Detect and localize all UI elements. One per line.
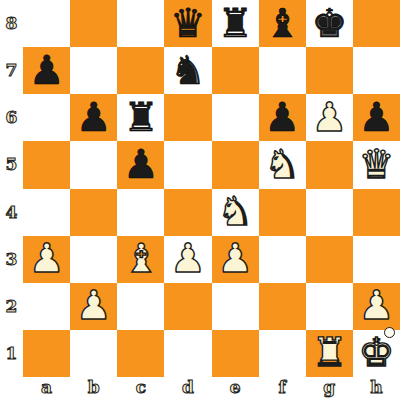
square-h3[interactable] — [353, 236, 400, 283]
square-c2[interactable] — [117, 283, 164, 330]
square-g3[interactable] — [306, 236, 353, 283]
square-g2[interactable] — [306, 283, 353, 330]
rank-label-6: 6 — [0, 94, 23, 141]
square-a1[interactable] — [23, 330, 70, 377]
square-c4[interactable] — [117, 189, 164, 236]
square-e6[interactable] — [212, 94, 259, 141]
square-h4[interactable] — [353, 189, 400, 236]
white-knight-e4[interactable]: ♞ — [217, 191, 253, 231]
white-knight-f5[interactable]: ♞ — [264, 144, 300, 184]
square-c1[interactable] — [117, 330, 164, 377]
square-d1[interactable] — [164, 330, 211, 377]
square-d2[interactable] — [164, 283, 211, 330]
square-f1[interactable] — [259, 330, 306, 377]
white-to-move-indicator — [384, 327, 395, 338]
square-e3[interactable]: ♟ — [212, 236, 259, 283]
square-e1[interactable] — [212, 330, 259, 377]
rank-label-4: 4 — [0, 189, 23, 236]
white-pawn-b2[interactable]: ♟ — [76, 285, 112, 325]
square-c8[interactable] — [117, 0, 164, 47]
square-f5[interactable]: ♞ — [259, 141, 306, 188]
file-label-e: e — [212, 377, 259, 400]
square-b4[interactable] — [70, 189, 117, 236]
square-h8[interactable] — [353, 0, 400, 47]
square-b6[interactable]: ♟ — [70, 94, 117, 141]
black-rook-e8[interactable]: ♜ — [217, 3, 253, 43]
square-a2[interactable] — [23, 283, 70, 330]
white-queen-h5[interactable]: ♛ — [359, 144, 395, 184]
square-b3[interactable] — [70, 236, 117, 283]
black-knight-d7[interactable]: ♞ — [170, 50, 206, 90]
square-g7[interactable] — [306, 47, 353, 94]
black-bishop-f8[interactable]: ♝ — [264, 3, 300, 43]
rank-label-7: 7 — [0, 47, 23, 94]
black-pawn-c5[interactable]: ♟ — [123, 144, 159, 184]
square-h2[interactable]: ♟ — [353, 283, 400, 330]
rank-label-2: 2 — [0, 283, 23, 330]
black-pawn-h6[interactable]: ♟ — [359, 97, 395, 137]
square-g5[interactable] — [306, 141, 353, 188]
square-e2[interactable] — [212, 283, 259, 330]
square-d6[interactable] — [164, 94, 211, 141]
white-pawn-d3[interactable]: ♟ — [170, 238, 206, 278]
white-pawn-h2[interactable]: ♟ — [359, 285, 395, 325]
square-h5[interactable]: ♛ — [353, 141, 400, 188]
square-f7[interactable] — [259, 47, 306, 94]
square-h7[interactable] — [353, 47, 400, 94]
square-a4[interactable] — [23, 189, 70, 236]
square-b5[interactable] — [70, 141, 117, 188]
file-label-c: c — [117, 377, 164, 400]
white-king-h1[interactable]: ♚ — [359, 332, 395, 372]
square-a3[interactable]: ♟ — [23, 236, 70, 283]
file-label-h: h — [353, 377, 400, 400]
square-d5[interactable] — [164, 141, 211, 188]
square-f2[interactable] — [259, 283, 306, 330]
black-queen-d8[interactable]: ♛ — [170, 3, 206, 43]
square-f3[interactable] — [259, 236, 306, 283]
rank-labels: 87654321 — [0, 0, 23, 377]
square-g4[interactable] — [306, 189, 353, 236]
black-rook-c6[interactable]: ♜ — [123, 97, 159, 137]
white-pawn-a3[interactable]: ♟ — [29, 238, 65, 278]
square-b8[interactable] — [70, 0, 117, 47]
square-f4[interactable] — [259, 189, 306, 236]
rank-label-1: 1 — [0, 330, 23, 377]
white-rook-g1[interactable]: ♜ — [311, 332, 347, 372]
square-a8[interactable] — [23, 0, 70, 47]
square-f6[interactable]: ♟ — [259, 94, 306, 141]
square-e7[interactable] — [212, 47, 259, 94]
square-g1[interactable]: ♜ — [306, 330, 353, 377]
rank-label-5: 5 — [0, 141, 23, 188]
square-f8[interactable]: ♝ — [259, 0, 306, 47]
white-pawn-g6[interactable]: ♟ — [311, 97, 347, 137]
square-h6[interactable]: ♟ — [353, 94, 400, 141]
square-b7[interactable] — [70, 47, 117, 94]
square-g6[interactable]: ♟ — [306, 94, 353, 141]
square-c7[interactable] — [117, 47, 164, 94]
square-a6[interactable] — [23, 94, 70, 141]
white-bishop-c3[interactable]: ♝ — [123, 238, 159, 278]
file-labels: abcdefgh — [23, 377, 400, 400]
square-c3[interactable]: ♝ — [117, 236, 164, 283]
chess-board: ♛♜♝♚♟♞♟♜♟♟♟♟♞♛♞♟♝♟♟♟♟♜♚ — [23, 0, 400, 377]
rank-label-8: 8 — [0, 0, 23, 47]
square-e8[interactable]: ♜ — [212, 0, 259, 47]
square-b1[interactable] — [70, 330, 117, 377]
square-d4[interactable] — [164, 189, 211, 236]
square-h1[interactable]: ♚ — [353, 330, 400, 377]
square-e5[interactable] — [212, 141, 259, 188]
square-d3[interactable]: ♟ — [164, 236, 211, 283]
black-pawn-b6[interactable]: ♟ — [76, 97, 112, 137]
square-d7[interactable]: ♞ — [164, 47, 211, 94]
square-e4[interactable]: ♞ — [212, 189, 259, 236]
black-pawn-a7[interactable]: ♟ — [29, 50, 65, 90]
square-g8[interactable]: ♚ — [306, 0, 353, 47]
square-b2[interactable]: ♟ — [70, 283, 117, 330]
black-king-g8[interactable]: ♚ — [311, 3, 347, 43]
file-label-b: b — [70, 377, 117, 400]
square-c5[interactable]: ♟ — [117, 141, 164, 188]
file-label-a: a — [23, 377, 70, 400]
white-pawn-e3[interactable]: ♟ — [217, 238, 253, 278]
square-a7[interactable]: ♟ — [23, 47, 70, 94]
rank-label-3: 3 — [0, 236, 23, 283]
square-a5[interactable] — [23, 141, 70, 188]
square-d8[interactable]: ♛ — [164, 0, 211, 47]
black-pawn-f6[interactable]: ♟ — [264, 97, 300, 137]
square-c6[interactable]: ♜ — [117, 94, 164, 141]
file-label-g: g — [306, 377, 353, 400]
file-label-d: d — [164, 377, 211, 400]
chess-diagram: ♛♜♝♚♟♞♟♜♟♟♟♟♞♛♞♟♝♟♟♟♟♜♚ 87654321 abcdefg… — [0, 0, 400, 400]
file-label-f: f — [259, 377, 306, 400]
